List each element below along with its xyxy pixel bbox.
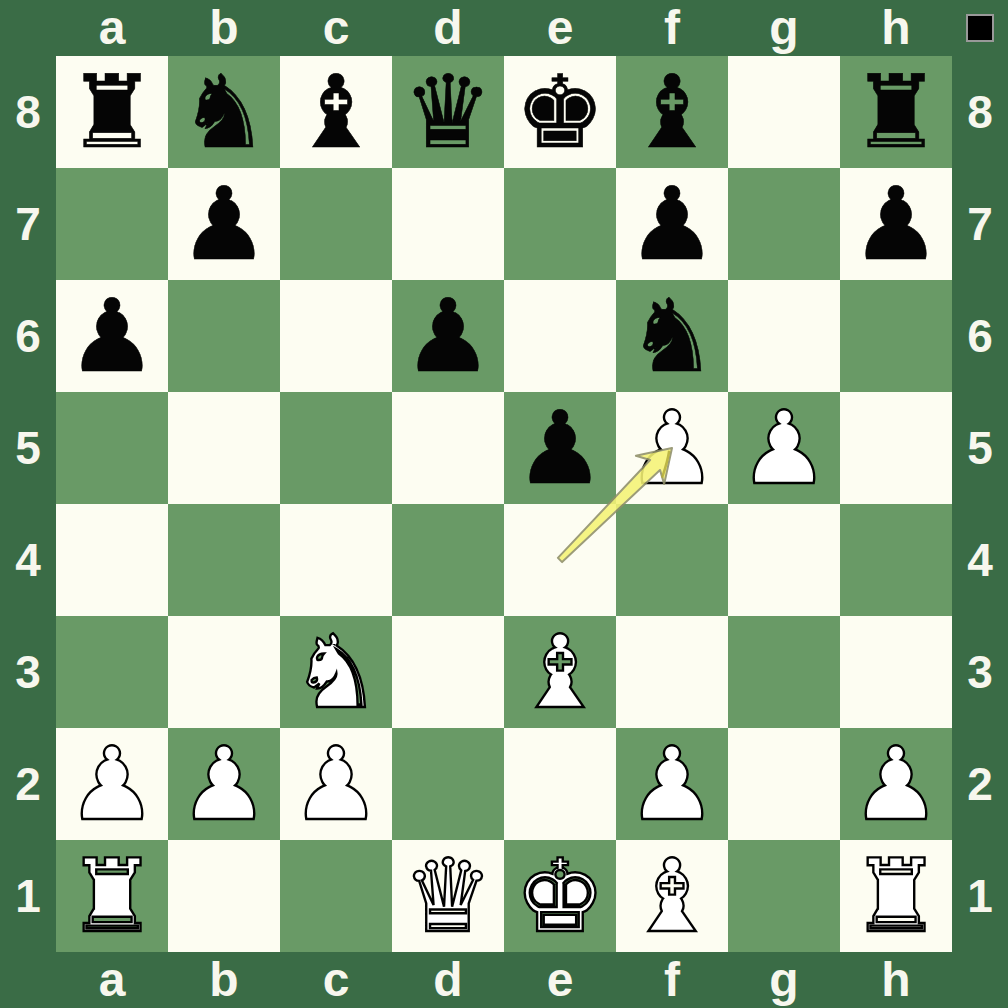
square-b5[interactable] [168,392,280,504]
square-d1[interactable]: ♛ [392,840,504,952]
square-a5[interactable] [56,392,168,504]
piece-white-rook[interactable]: ♜ [67,840,158,952]
rank-label-1: 1 [0,840,56,952]
piece-white-pawn[interactable]: ♟ [739,392,830,504]
square-g8[interactable] [728,56,840,168]
file-label-a: a [56,952,168,1008]
square-e5[interactable]: ♟ [504,392,616,504]
square-b6[interactable] [168,280,280,392]
square-f8[interactable]: ♝ [616,56,728,168]
rank-label-7: 7 [952,168,1008,280]
square-c8[interactable]: ♝ [280,56,392,168]
square-d5[interactable] [392,392,504,504]
piece-white-bishop[interactable]: ♝ [627,840,718,952]
square-h5[interactable] [840,392,952,504]
piece-black-knight[interactable]: ♞ [627,280,718,392]
rank-label-4: 4 [0,504,56,616]
square-c7[interactable] [280,168,392,280]
square-g1[interactable] [728,840,840,952]
rank-label-2: 2 [0,728,56,840]
rank-label-6: 6 [952,280,1008,392]
file-label-e: e [504,0,616,56]
file-labels-bottom: abcdefgh [56,952,952,1008]
square-c2[interactable]: ♟ [280,728,392,840]
piece-black-pawn[interactable]: ♟ [179,168,270,280]
file-label-g: g [728,952,840,1008]
square-a7[interactable] [56,168,168,280]
file-label-d: d [392,0,504,56]
square-b2[interactable]: ♟ [168,728,280,840]
piece-black-pawn[interactable]: ♟ [403,280,494,392]
piece-white-pawn[interactable]: ♟ [291,728,382,840]
square-a1[interactable]: ♜ [56,840,168,952]
piece-black-knight[interactable]: ♞ [179,56,270,168]
rank-label-4: 4 [952,504,1008,616]
piece-black-king[interactable]: ♚ [515,56,606,168]
square-g4[interactable] [728,504,840,616]
file-label-d: d [392,952,504,1008]
square-f3[interactable] [616,616,728,728]
square-d8[interactable]: ♛ [392,56,504,168]
square-g5[interactable]: ♟ [728,392,840,504]
piece-black-bishop[interactable]: ♝ [627,56,718,168]
square-h6[interactable] [840,280,952,392]
square-a3[interactable] [56,616,168,728]
square-e6[interactable] [504,280,616,392]
file-label-a: a [56,0,168,56]
piece-black-queen[interactable]: ♛ [403,56,494,168]
piece-black-pawn[interactable]: ♟ [67,280,158,392]
square-b8[interactable]: ♞ [168,56,280,168]
piece-white-pawn[interactable]: ♟ [627,392,718,504]
square-c5[interactable] [280,392,392,504]
square-c3[interactable]: ♞ [280,616,392,728]
piece-white-bishop[interactable]: ♝ [515,616,606,728]
file-label-h: h [840,0,952,56]
square-d2[interactable] [392,728,504,840]
piece-white-queen[interactable]: ♛ [403,840,494,952]
square-c6[interactable] [280,280,392,392]
square-e4[interactable] [504,504,616,616]
square-d6[interactable]: ♟ [392,280,504,392]
rank-label-3: 3 [952,616,1008,728]
square-b4[interactable] [168,504,280,616]
square-c1[interactable] [280,840,392,952]
square-h8[interactable]: ♜ [840,56,952,168]
square-f2[interactable]: ♟ [616,728,728,840]
square-e8[interactable]: ♚ [504,56,616,168]
square-a2[interactable]: ♟ [56,728,168,840]
square-d4[interactable] [392,504,504,616]
rank-labels-left: 87654321 [0,56,56,952]
rank-label-8: 8 [0,56,56,168]
square-e7[interactable] [504,168,616,280]
black-to-move-indicator [966,14,994,42]
rank-label-1: 1 [952,840,1008,952]
square-f7[interactable]: ♟ [616,168,728,280]
square-e3[interactable]: ♝ [504,616,616,728]
square-e1[interactable]: ♚ [504,840,616,952]
piece-white-knight[interactable]: ♞ [291,616,382,728]
square-b7[interactable]: ♟ [168,168,280,280]
square-a8[interactable]: ♜ [56,56,168,168]
rank-label-5: 5 [952,392,1008,504]
piece-white-king[interactable]: ♚ [515,840,606,952]
square-f1[interactable]: ♝ [616,840,728,952]
piece-white-pawn[interactable]: ♟ [179,728,270,840]
board-squares: ♜♞♝♛♚♝♜♟♟♟♟♟♞♟♟♟♞♝♟♟♟♟♟♜♛♚♝♜ [56,56,952,952]
piece-black-pawn[interactable]: ♟ [851,168,942,280]
square-d3[interactable] [392,616,504,728]
square-g2[interactable] [728,728,840,840]
file-label-f: f [616,0,728,56]
file-label-c: c [280,952,392,1008]
file-label-e: e [504,952,616,1008]
file-labels-top: abcdefgh [56,0,952,56]
piece-white-pawn[interactable]: ♟ [67,728,158,840]
rank-label-2: 2 [952,728,1008,840]
square-h2[interactable]: ♟ [840,728,952,840]
file-label-b: b [168,0,280,56]
square-b3[interactable] [168,616,280,728]
piece-white-pawn[interactable]: ♟ [627,728,718,840]
square-g6[interactable] [728,280,840,392]
square-f5[interactable]: ♟ [616,392,728,504]
piece-black-pawn[interactable]: ♟ [515,392,606,504]
file-label-c: c [280,0,392,56]
file-label-h: h [840,952,952,1008]
square-b1[interactable] [168,840,280,952]
square-a4[interactable] [56,504,168,616]
square-h4[interactable] [840,504,952,616]
square-c4[interactable] [280,504,392,616]
square-d7[interactable] [392,168,504,280]
square-f4[interactable] [616,504,728,616]
piece-black-pawn[interactable]: ♟ [627,168,718,280]
piece-black-bishop[interactable]: ♝ [291,56,382,168]
square-f6[interactable]: ♞ [616,280,728,392]
rank-label-7: 7 [0,168,56,280]
rank-label-5: 5 [0,392,56,504]
file-label-f: f [616,952,728,1008]
file-label-b: b [168,952,280,1008]
square-a6[interactable]: ♟ [56,280,168,392]
piece-white-rook[interactable]: ♜ [851,840,942,952]
piece-black-rook[interactable]: ♜ [851,56,942,168]
square-h1[interactable]: ♜ [840,840,952,952]
square-h3[interactable] [840,616,952,728]
piece-black-rook[interactable]: ♜ [67,56,158,168]
file-label-g: g [728,0,840,56]
square-e2[interactable] [504,728,616,840]
rank-label-8: 8 [952,56,1008,168]
rank-label-6: 6 [0,280,56,392]
square-g3[interactable] [728,616,840,728]
square-h7[interactable]: ♟ [840,168,952,280]
piece-white-pawn[interactable]: ♟ [851,728,942,840]
rank-label-3: 3 [0,616,56,728]
square-g7[interactable] [728,168,840,280]
rank-labels-right: 87654321 [952,56,1008,952]
chess-board-diagram: abcdefgh abcdefgh 87654321 87654321 ♜♞♝♛… [0,0,1008,1008]
